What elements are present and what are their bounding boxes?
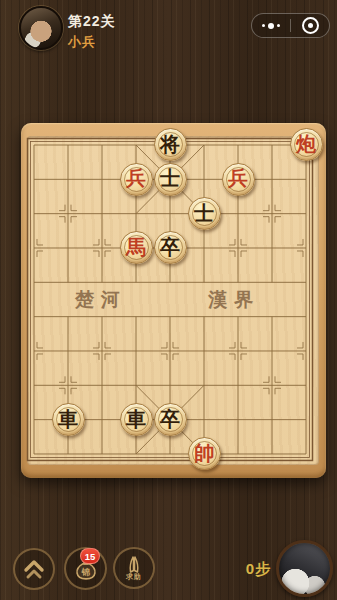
target-circle-icon [302, 17, 319, 34]
level-subtitle: 小兵 [68, 33, 96, 51]
player-avatar[interactable] [19, 6, 63, 50]
ellipsis-icon [262, 23, 280, 29]
piece-glyph: 馬 [126, 237, 146, 257]
help-button[interactable]: 求助 [113, 547, 155, 589]
piece-red-general[interactable]: 帥 [188, 437, 221, 470]
piece-black-chariot-1[interactable]: 車 [52, 403, 85, 436]
double-chevron-up-icon [21, 557, 47, 581]
opponent-avatar[interactable] [276, 540, 333, 597]
piece-red-cannon[interactable]: 炮 [290, 128, 323, 161]
xiangqi-board[interactable]: 楚河 漢界 将炮兵士兵士馬卒車車卒帥 [21, 123, 326, 478]
piece-glyph: 士 [160, 168, 180, 188]
level-title: 第22关 [68, 13, 116, 31]
help-label: 求助 [126, 572, 142, 582]
piece-black-soldier-2[interactable]: 卒 [154, 403, 187, 436]
piece-glyph: 炮 [296, 134, 316, 154]
bag-badge: 15 [80, 548, 100, 564]
piece-glyph: 卒 [160, 237, 180, 257]
piece-black-advisor-1[interactable]: 士 [154, 163, 187, 196]
piece-glyph: 将 [160, 134, 180, 154]
svg-text:锦: 锦 [80, 567, 90, 577]
piece-glyph: 車 [126, 409, 146, 429]
piece-red-soldier-1[interactable]: 兵 [120, 163, 153, 196]
menu-button[interactable] [13, 548, 55, 590]
piece-red-horse[interactable]: 馬 [120, 231, 153, 264]
piece-black-general[interactable]: 将 [154, 128, 187, 161]
piece-black-advisor-2[interactable]: 士 [188, 197, 221, 230]
piece-glyph: 士 [194, 203, 214, 223]
piece-glyph: 車 [58, 409, 78, 429]
piece-glyph: 兵 [228, 168, 248, 188]
more-button[interactable] [252, 14, 290, 37]
app-screen: { "header": { "level": "第22关", "subtitle… [0, 0, 337, 600]
piece-glyph: 卒 [160, 409, 180, 429]
piece-glyph: 帥 [194, 443, 214, 463]
pieces-layer: 将炮兵士兵士馬卒車車卒帥 [17, 128, 323, 471]
piece-glyph: 兵 [126, 168, 146, 188]
exit-button[interactable] [291, 14, 329, 37]
wechat-capsule [251, 13, 330, 38]
piece-black-chariot-2[interactable]: 車 [120, 403, 153, 436]
step-counter: 0步 [246, 560, 271, 579]
piece-black-soldier-1[interactable]: 卒 [154, 231, 187, 264]
piece-red-soldier-2[interactable]: 兵 [222, 163, 255, 196]
